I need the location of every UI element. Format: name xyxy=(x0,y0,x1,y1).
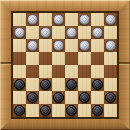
square-r5c3[interactable] xyxy=(39,65,52,78)
square-r5c7[interactable] xyxy=(91,65,104,78)
checker-silver-man[interactable] xyxy=(66,27,77,38)
square-r4c8[interactable] xyxy=(104,52,117,65)
square-r7c5[interactable] xyxy=(65,91,78,104)
checker-silver-man[interactable] xyxy=(53,40,64,51)
square-r8c1[interactable] xyxy=(13,104,26,117)
square-r3c8[interactable] xyxy=(104,39,117,52)
checker-silver-man[interactable] xyxy=(14,27,25,38)
square-r7c1[interactable] xyxy=(13,91,26,104)
square-r3c3[interactable] xyxy=(39,39,52,52)
checker-silver-man[interactable] xyxy=(27,40,38,51)
checker-silver-man[interactable] xyxy=(105,14,116,25)
square-r3c4[interactable] xyxy=(52,39,65,52)
square-r4c3[interactable] xyxy=(39,52,52,65)
square-r8c4[interactable] xyxy=(52,104,65,117)
checker-black-man[interactable] xyxy=(92,79,103,90)
square-r7c6[interactable] xyxy=(78,91,91,104)
square-r2c2[interactable] xyxy=(26,26,39,39)
square-r6c5[interactable] xyxy=(65,78,78,91)
square-r5c5[interactable] xyxy=(65,65,78,78)
square-r6c7[interactable] xyxy=(91,78,104,91)
square-r5c4[interactable] xyxy=(52,65,65,78)
square-r2c5[interactable] xyxy=(65,26,78,39)
square-r6c3[interactable] xyxy=(39,78,52,91)
square-r3c7[interactable] xyxy=(91,39,104,52)
square-r6c4[interactable] xyxy=(52,78,65,91)
square-r8c3[interactable] xyxy=(39,104,52,117)
square-r8c6[interactable] xyxy=(78,104,91,117)
checker-black-man[interactable] xyxy=(53,92,64,103)
square-r1c7[interactable] xyxy=(91,13,104,26)
checker-black-man[interactable] xyxy=(105,92,116,103)
checkers-board xyxy=(11,11,119,119)
square-r1c1[interactable] xyxy=(13,13,26,26)
checker-black-man[interactable] xyxy=(40,79,51,90)
checker-black-man[interactable] xyxy=(92,105,103,116)
checker-black-man[interactable] xyxy=(14,79,25,90)
square-r3c1[interactable] xyxy=(13,39,26,52)
square-r4c6[interactable] xyxy=(78,52,91,65)
square-r2c8[interactable] xyxy=(104,26,117,39)
square-r2c7[interactable] xyxy=(91,26,104,39)
square-r8c2[interactable] xyxy=(26,104,39,117)
square-r4c5[interactable] xyxy=(65,52,78,65)
square-r4c2[interactable] xyxy=(26,52,39,65)
checkers-app-window xyxy=(0,0,130,130)
square-r1c4[interactable] xyxy=(52,13,65,26)
checker-black-man[interactable] xyxy=(27,92,38,103)
square-r6c2[interactable] xyxy=(26,78,39,91)
checker-black-man[interactable] xyxy=(79,92,90,103)
square-r4c7[interactable] xyxy=(91,52,104,65)
square-r4c4[interactable] xyxy=(52,52,65,65)
square-r6c1[interactable] xyxy=(13,78,26,91)
square-r8c8[interactable] xyxy=(104,104,117,117)
square-r1c2[interactable] xyxy=(26,13,39,26)
square-r1c6[interactable] xyxy=(78,13,91,26)
square-r2c4[interactable] xyxy=(52,26,65,39)
square-r5c8[interactable] xyxy=(104,65,117,78)
square-r1c3[interactable] xyxy=(39,13,52,26)
square-r4c1[interactable] xyxy=(13,52,26,65)
square-r7c3[interactable] xyxy=(39,91,52,104)
square-r3c6[interactable] xyxy=(78,39,91,52)
square-r8c5[interactable] xyxy=(65,104,78,117)
checker-silver-man[interactable] xyxy=(92,27,103,38)
checker-silver-man[interactable] xyxy=(79,14,90,25)
checker-black-man[interactable] xyxy=(14,105,25,116)
square-r7c7[interactable] xyxy=(91,91,104,104)
square-r8c7[interactable] xyxy=(91,104,104,117)
square-r5c2[interactable] xyxy=(26,65,39,78)
square-r6c8[interactable] xyxy=(104,78,117,91)
square-r3c5[interactable] xyxy=(65,39,78,52)
square-r5c1[interactable] xyxy=(13,65,26,78)
checker-black-man[interactable] xyxy=(66,105,77,116)
square-r2c3[interactable] xyxy=(39,26,52,39)
square-r5c6[interactable] xyxy=(78,65,91,78)
square-r3c2[interactable] xyxy=(26,39,39,52)
square-r1c8[interactable] xyxy=(104,13,117,26)
checker-silver-man[interactable] xyxy=(40,27,51,38)
checker-silver-man[interactable] xyxy=(105,40,116,51)
square-r1c5[interactable] xyxy=(65,13,78,26)
square-r2c6[interactable] xyxy=(78,26,91,39)
square-r6c6[interactable] xyxy=(78,78,91,91)
square-r7c2[interactable] xyxy=(26,91,39,104)
checker-black-man[interactable] xyxy=(66,79,77,90)
square-r7c8[interactable] xyxy=(104,91,117,104)
checker-black-man[interactable] xyxy=(40,105,51,116)
checker-silver-man[interactable] xyxy=(53,14,64,25)
square-r2c1[interactable] xyxy=(13,26,26,39)
checker-silver-man[interactable] xyxy=(27,14,38,25)
checker-silver-man[interactable] xyxy=(79,40,90,51)
square-r7c4[interactable] xyxy=(52,91,65,104)
